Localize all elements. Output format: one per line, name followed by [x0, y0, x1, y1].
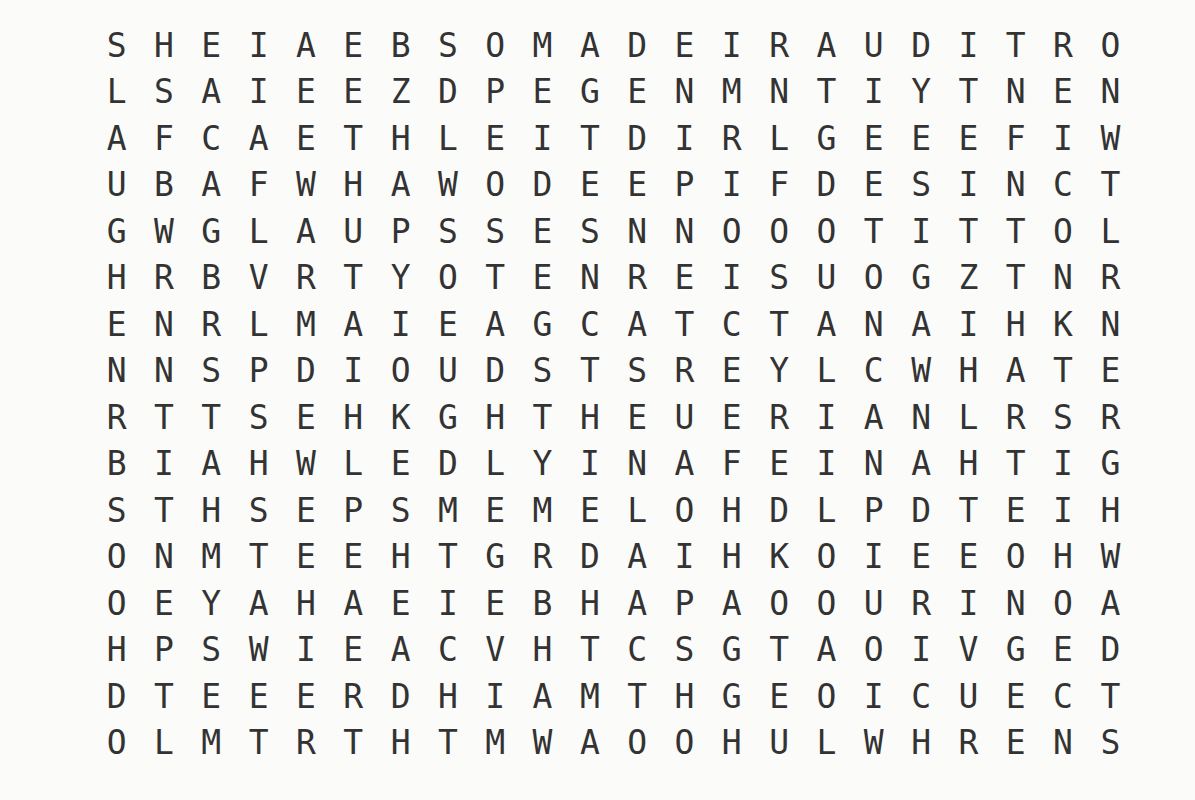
grid-cell[interactable]: A — [850, 394, 897, 441]
grid-cell[interactable]: T — [992, 22, 1039, 69]
grid-cell[interactable]: H — [897, 720, 944, 767]
grid-cell[interactable]: I — [472, 673, 519, 720]
grid-cell[interactable]: I — [1039, 441, 1086, 488]
grid-cell[interactable]: T — [1087, 162, 1134, 209]
grid-cell[interactable]: L — [235, 208, 282, 255]
grid-cell[interactable]: C — [850, 348, 897, 395]
grid-cell[interactable]: E — [282, 69, 329, 116]
grid-cell[interactable]: C — [1039, 162, 1086, 209]
grid-cell[interactable]: A — [282, 22, 329, 69]
grid-cell[interactable]: D — [897, 22, 944, 69]
grid-cell[interactable]: E — [330, 69, 377, 116]
grid-cell[interactable]: O — [992, 534, 1039, 581]
grid-cell[interactable]: S — [472, 208, 519, 255]
grid-cell[interactable]: O — [93, 720, 140, 767]
grid-cell[interactable]: M — [519, 22, 566, 69]
grid-cell[interactable]: E — [897, 534, 944, 581]
grid-cell[interactable]: E — [472, 115, 519, 162]
grid-cell[interactable]: Y — [188, 580, 235, 627]
grid-cell[interactable]: E — [424, 301, 471, 348]
grid-cell[interactable]: R — [992, 394, 1039, 441]
grid-cell[interactable]: R — [755, 394, 802, 441]
grid-cell[interactable]: B — [93, 441, 140, 488]
grid-cell[interactable]: E — [566, 162, 613, 209]
grid-cell[interactable]: I — [424, 580, 471, 627]
grid-cell[interactable]: D — [897, 487, 944, 534]
grid-cell[interactable]: A — [472, 301, 519, 348]
grid-cell[interactable]: V — [945, 627, 992, 674]
grid-cell[interactable]: N — [992, 69, 1039, 116]
grid-cell[interactable]: S — [235, 487, 282, 534]
grid-cell[interactable]: A — [330, 301, 377, 348]
grid-cell[interactable]: L — [803, 487, 850, 534]
grid-cell[interactable]: O — [661, 720, 708, 767]
grid-cell[interactable]: A — [519, 673, 566, 720]
grid-cell[interactable]: H — [188, 487, 235, 534]
grid-cell[interactable]: G — [708, 673, 755, 720]
grid-cell[interactable]: T — [803, 69, 850, 116]
grid-cell[interactable]: A — [613, 301, 660, 348]
grid-cell[interactable]: L — [755, 115, 802, 162]
grid-cell[interactable]: N — [613, 441, 660, 488]
grid-cell[interactable]: E — [945, 115, 992, 162]
grid-cell[interactable]: L — [93, 69, 140, 116]
grid-cell[interactable]: E — [1039, 627, 1086, 674]
grid-cell[interactable]: L — [803, 348, 850, 395]
grid-cell[interactable]: O — [803, 208, 850, 255]
grid-cell[interactable]: M — [188, 720, 235, 767]
grid-cell[interactable]: N — [850, 301, 897, 348]
grid-cell[interactable]: G — [1087, 441, 1134, 488]
grid-cell[interactable]: H — [566, 580, 613, 627]
grid-cell[interactable]: C — [424, 627, 471, 674]
grid-cell[interactable]: M — [708, 69, 755, 116]
grid-cell[interactable]: M — [472, 720, 519, 767]
grid-cell[interactable]: E — [235, 673, 282, 720]
grid-cell[interactable]: I — [1039, 487, 1086, 534]
grid-cell[interactable]: T — [330, 720, 377, 767]
grid-cell[interactable]: A — [235, 115, 282, 162]
grid-cell[interactable]: W — [424, 162, 471, 209]
grid-cell[interactable]: I — [850, 673, 897, 720]
grid-cell[interactable]: T — [472, 255, 519, 302]
grid-cell[interactable]: H — [708, 720, 755, 767]
grid-cell[interactable]: H — [330, 394, 377, 441]
grid-cell[interactable]: A — [708, 580, 755, 627]
grid-cell[interactable]: T — [188, 394, 235, 441]
grid-cell[interactable]: O — [613, 720, 660, 767]
grid-cell[interactable]: A — [377, 162, 424, 209]
grid-cell[interactable]: N — [140, 301, 187, 348]
grid-cell[interactable]: E — [708, 348, 755, 395]
grid-cell[interactable]: H — [377, 115, 424, 162]
grid-cell[interactable]: I — [708, 22, 755, 69]
grid-cell[interactable]: I — [140, 441, 187, 488]
grid-cell[interactable]: O — [93, 534, 140, 581]
grid-cell[interactable]: T — [566, 115, 613, 162]
grid-cell[interactable]: I — [897, 627, 944, 674]
grid-cell[interactable]: O — [803, 673, 850, 720]
grid-cell[interactable]: U — [850, 580, 897, 627]
grid-cell[interactable]: O — [803, 580, 850, 627]
grid-cell[interactable]: S — [377, 487, 424, 534]
grid-cell[interactable]: E — [472, 580, 519, 627]
grid-cell[interactable]: I — [708, 162, 755, 209]
grid-cell[interactable]: S — [897, 162, 944, 209]
grid-cell[interactable]: E — [282, 673, 329, 720]
grid-cell[interactable]: L — [140, 720, 187, 767]
grid-cell[interactable]: G — [472, 534, 519, 581]
grid-cell[interactable]: C — [897, 673, 944, 720]
grid-cell[interactable]: H — [519, 627, 566, 674]
grid-cell[interactable]: O — [755, 208, 802, 255]
grid-cell[interactable]: S — [519, 348, 566, 395]
grid-cell[interactable]: N — [1087, 301, 1134, 348]
grid-cell[interactable]: U — [424, 348, 471, 395]
grid-cell[interactable]: A — [803, 301, 850, 348]
grid-cell[interactable]: N — [992, 162, 1039, 209]
grid-cell[interactable]: O — [661, 487, 708, 534]
grid-cell[interactable]: N — [992, 580, 1039, 627]
grid-cell[interactable]: P — [377, 208, 424, 255]
grid-cell[interactable]: I — [661, 115, 708, 162]
grid-cell[interactable]: Y — [897, 69, 944, 116]
grid-cell[interactable]: F — [755, 162, 802, 209]
grid-cell[interactable]: N — [566, 255, 613, 302]
grid-cell[interactable]: K — [377, 394, 424, 441]
grid-cell[interactable]: T — [945, 487, 992, 534]
grid-cell[interactable]: A — [566, 720, 613, 767]
grid-cell[interactable]: M — [282, 301, 329, 348]
grid-cell[interactable]: H — [945, 441, 992, 488]
grid-cell[interactable]: Z — [377, 69, 424, 116]
grid-cell[interactable]: I — [803, 441, 850, 488]
grid-cell[interactable]: C — [613, 627, 660, 674]
grid-cell[interactable]: I — [330, 348, 377, 395]
grid-cell[interactable]: E — [992, 673, 1039, 720]
grid-cell[interactable]: T — [850, 208, 897, 255]
grid-cell[interactable]: S — [1087, 720, 1134, 767]
grid-cell[interactable]: A — [661, 441, 708, 488]
grid-cell[interactable]: W — [850, 720, 897, 767]
grid-cell[interactable]: K — [1039, 301, 1086, 348]
grid-cell[interactable]: T — [1087, 673, 1134, 720]
grid-cell[interactable]: E — [140, 580, 187, 627]
grid-cell[interactable]: N — [140, 348, 187, 395]
grid-cell[interactable]: S — [566, 208, 613, 255]
grid-cell[interactable]: A — [330, 580, 377, 627]
grid-cell[interactable]: P — [235, 348, 282, 395]
grid-cell[interactable]: T — [992, 208, 1039, 255]
grid-cell[interactable]: G — [93, 208, 140, 255]
grid-cell[interactable]: C — [566, 301, 613, 348]
grid-cell[interactable]: O — [377, 348, 424, 395]
grid-cell[interactable]: T — [992, 441, 1039, 488]
grid-cell[interactable]: Z — [945, 255, 992, 302]
grid-cell[interactable]: E — [282, 394, 329, 441]
grid-cell[interactable]: I — [850, 69, 897, 116]
grid-cell[interactable]: R — [282, 720, 329, 767]
grid-cell[interactable]: E — [519, 69, 566, 116]
grid-cell[interactable]: R — [93, 394, 140, 441]
grid-cell[interactable]: I — [945, 22, 992, 69]
grid-cell[interactable]: U — [93, 162, 140, 209]
grid-cell[interactable]: N — [93, 348, 140, 395]
grid-cell[interactable]: T — [424, 534, 471, 581]
grid-cell[interactable]: O — [1039, 580, 1086, 627]
grid-cell[interactable]: Y — [519, 441, 566, 488]
grid-cell[interactable]: H — [661, 673, 708, 720]
grid-cell[interactable]: E — [755, 441, 802, 488]
grid-cell[interactable]: T — [235, 720, 282, 767]
grid-cell[interactable]: O — [755, 580, 802, 627]
grid-cell[interactable]: N — [1087, 69, 1134, 116]
grid-cell[interactable]: H — [377, 720, 424, 767]
grid-cell[interactable]: O — [1039, 208, 1086, 255]
grid-cell[interactable]: T — [330, 255, 377, 302]
grid-cell[interactable]: F — [235, 162, 282, 209]
grid-cell[interactable]: E — [992, 720, 1039, 767]
grid-cell[interactable]: S — [613, 348, 660, 395]
grid-cell[interactable]: W — [235, 627, 282, 674]
grid-cell[interactable]: S — [424, 208, 471, 255]
grid-cell[interactable]: N — [140, 534, 187, 581]
grid-cell[interactable]: W — [1087, 534, 1134, 581]
grid-cell[interactable]: G — [897, 255, 944, 302]
grid-cell[interactable]: N — [897, 394, 944, 441]
grid-cell[interactable]: O — [1087, 22, 1134, 69]
grid-cell[interactable]: D — [424, 441, 471, 488]
grid-cell[interactable]: S — [235, 394, 282, 441]
grid-cell[interactable]: U — [755, 720, 802, 767]
grid-cell[interactable]: T — [566, 348, 613, 395]
grid-cell[interactable]: T — [330, 115, 377, 162]
grid-cell[interactable]: K — [755, 534, 802, 581]
grid-cell[interactable]: L — [424, 115, 471, 162]
grid-cell[interactable]: N — [850, 441, 897, 488]
grid-cell[interactable]: A — [93, 115, 140, 162]
grid-cell[interactable]: H — [472, 394, 519, 441]
grid-cell[interactable]: H — [330, 162, 377, 209]
grid-cell[interactable]: W — [1087, 115, 1134, 162]
grid-cell[interactable]: U — [945, 673, 992, 720]
grid-cell[interactable]: T — [945, 208, 992, 255]
grid-cell[interactable]: V — [235, 255, 282, 302]
grid-cell[interactable]: R — [1087, 255, 1134, 302]
grid-cell[interactable]: R — [897, 580, 944, 627]
grid-cell[interactable]: E — [519, 255, 566, 302]
grid-cell[interactable]: M — [566, 673, 613, 720]
grid-cell[interactable]: D — [566, 534, 613, 581]
grid-cell[interactable]: H — [377, 534, 424, 581]
grid-cell[interactable]: V — [472, 627, 519, 674]
grid-cell[interactable]: E — [282, 487, 329, 534]
grid-cell[interactable]: S — [424, 22, 471, 69]
grid-cell[interactable]: D — [519, 162, 566, 209]
grid-cell[interactable]: N — [1039, 720, 1086, 767]
grid-cell[interactable]: E — [1039, 69, 1086, 116]
grid-cell[interactable]: R — [708, 115, 755, 162]
grid-cell[interactable]: W — [282, 162, 329, 209]
grid-cell[interactable]: H — [566, 394, 613, 441]
grid-cell[interactable]: E — [377, 441, 424, 488]
grid-cell[interactable]: A — [566, 22, 613, 69]
grid-cell[interactable]: A — [235, 580, 282, 627]
grid-cell[interactable]: F — [708, 441, 755, 488]
grid-cell[interactable]: O — [472, 162, 519, 209]
grid-cell[interactable]: E — [377, 580, 424, 627]
grid-cell[interactable]: E — [755, 673, 802, 720]
grid-cell[interactable]: E — [188, 673, 235, 720]
grid-cell[interactable]: T — [140, 487, 187, 534]
grid-cell[interactable]: I — [235, 22, 282, 69]
grid-cell[interactable]: E — [330, 534, 377, 581]
grid-cell[interactable]: M — [424, 487, 471, 534]
grid-cell[interactable]: G — [992, 627, 1039, 674]
grid-cell[interactable]: E — [188, 22, 235, 69]
grid-cell[interactable]: S — [1039, 394, 1086, 441]
grid-cell[interactable]: R — [188, 301, 235, 348]
grid-cell[interactable]: E — [1087, 348, 1134, 395]
grid-cell[interactable]: D — [755, 487, 802, 534]
grid-cell[interactable]: I — [850, 534, 897, 581]
grid-cell[interactable]: C — [708, 301, 755, 348]
grid-cell[interactable]: R — [519, 534, 566, 581]
grid-cell[interactable]: S — [755, 255, 802, 302]
grid-cell[interactable]: R — [613, 255, 660, 302]
grid-cell[interactable]: B — [519, 580, 566, 627]
grid-cell[interactable]: D — [613, 115, 660, 162]
grid-cell[interactable]: H — [992, 301, 1039, 348]
grid-cell[interactable]: N — [661, 69, 708, 116]
grid-cell[interactable]: U — [803, 255, 850, 302]
grid-cell[interactable]: I — [519, 115, 566, 162]
grid-cell[interactable]: D — [803, 162, 850, 209]
grid-cell[interactable]: D — [282, 348, 329, 395]
grid-cell[interactable]: T — [661, 301, 708, 348]
grid-cell[interactable]: I — [945, 162, 992, 209]
grid-cell[interactable]: L — [945, 394, 992, 441]
grid-cell[interactable]: N — [1039, 255, 1086, 302]
grid-cell[interactable]: R — [1087, 394, 1134, 441]
grid-cell[interactable]: L — [330, 441, 377, 488]
grid-cell[interactable]: A — [188, 162, 235, 209]
grid-cell[interactable]: S — [93, 487, 140, 534]
grid-cell[interactable]: A — [282, 208, 329, 255]
grid-cell[interactable]: P — [850, 487, 897, 534]
grid-cell[interactable]: W — [140, 208, 187, 255]
grid-cell[interactable]: S — [188, 348, 235, 395]
grid-cell[interactable]: G — [519, 301, 566, 348]
grid-cell[interactable]: T — [566, 627, 613, 674]
grid-cell[interactable]: E — [613, 394, 660, 441]
grid-cell[interactable]: N — [613, 208, 660, 255]
grid-cell[interactable]: P — [330, 487, 377, 534]
grid-cell[interactable]: N — [755, 69, 802, 116]
grid-cell[interactable]: E — [897, 115, 944, 162]
grid-cell[interactable]: R — [282, 255, 329, 302]
grid-cell[interactable]: R — [755, 22, 802, 69]
grid-cell[interactable]: G — [708, 627, 755, 674]
grid-cell[interactable]: T — [140, 673, 187, 720]
grid-cell[interactable]: W — [282, 441, 329, 488]
grid-cell[interactable]: B — [140, 162, 187, 209]
grid-cell[interactable]: P — [661, 162, 708, 209]
grid-cell[interactable]: T — [613, 673, 660, 720]
grid-cell[interactable]: D — [424, 69, 471, 116]
grid-cell[interactable]: H — [93, 255, 140, 302]
grid-cell[interactable]: H — [708, 487, 755, 534]
grid-cell[interactable]: C — [188, 115, 235, 162]
grid-cell[interactable]: T — [755, 627, 802, 674]
grid-cell[interactable]: G — [803, 115, 850, 162]
grid-cell[interactable]: R — [1039, 22, 1086, 69]
grid-cell[interactable]: E — [330, 22, 377, 69]
grid-cell[interactable]: A — [803, 627, 850, 674]
grid-cell[interactable]: O — [803, 534, 850, 581]
grid-cell[interactable]: A — [803, 22, 850, 69]
grid-cell[interactable]: U — [661, 394, 708, 441]
grid-cell[interactable]: E — [613, 162, 660, 209]
grid-cell[interactable]: D — [472, 348, 519, 395]
grid-cell[interactable]: Y — [377, 255, 424, 302]
grid-cell[interactable]: C — [1039, 673, 1086, 720]
grid-cell[interactable]: M — [188, 534, 235, 581]
grid-cell[interactable]: I — [377, 301, 424, 348]
grid-cell[interactable]: P — [661, 580, 708, 627]
grid-cell[interactable]: E — [661, 255, 708, 302]
grid-cell[interactable]: L — [235, 301, 282, 348]
grid-cell[interactable]: I — [1039, 115, 1086, 162]
grid-cell[interactable]: W — [897, 348, 944, 395]
grid-cell[interactable]: R — [330, 673, 377, 720]
grid-cell[interactable]: T — [235, 534, 282, 581]
grid-cell[interactable]: L — [613, 487, 660, 534]
grid-cell[interactable]: B — [188, 255, 235, 302]
grid-cell[interactable]: I — [282, 627, 329, 674]
grid-cell[interactable]: H — [93, 627, 140, 674]
grid-cell[interactable]: D — [613, 22, 660, 69]
grid-cell[interactable]: G — [188, 208, 235, 255]
grid-cell[interactable]: L — [472, 441, 519, 488]
grid-cell[interactable]: T — [140, 394, 187, 441]
grid-cell[interactable]: L — [1087, 208, 1134, 255]
grid-cell[interactable]: A — [188, 441, 235, 488]
grid-cell[interactable]: T — [1039, 348, 1086, 395]
grid-cell[interactable]: A — [897, 441, 944, 488]
grid-cell[interactable]: O — [93, 580, 140, 627]
grid-cell[interactable]: I — [945, 580, 992, 627]
grid-cell[interactable]: S — [140, 69, 187, 116]
grid-cell[interactable]: T — [945, 69, 992, 116]
grid-cell[interactable]: A — [897, 301, 944, 348]
grid-cell[interactable]: D — [93, 673, 140, 720]
grid-cell[interactable]: O — [850, 627, 897, 674]
grid-cell[interactable]: A — [613, 580, 660, 627]
grid-cell[interactable]: P — [472, 69, 519, 116]
grid-cell[interactable]: O — [850, 255, 897, 302]
grid-cell[interactable]: I — [945, 301, 992, 348]
grid-cell[interactable]: T — [519, 394, 566, 441]
grid-cell[interactable]: H — [140, 22, 187, 69]
grid-cell[interactable]: U — [850, 22, 897, 69]
grid-cell[interactable]: P — [140, 627, 187, 674]
grid-cell[interactable]: O — [708, 208, 755, 255]
grid-cell[interactable]: E — [661, 22, 708, 69]
grid-cell[interactable]: I — [708, 255, 755, 302]
grid-cell[interactable]: E — [613, 69, 660, 116]
grid-cell[interactable]: B — [377, 22, 424, 69]
